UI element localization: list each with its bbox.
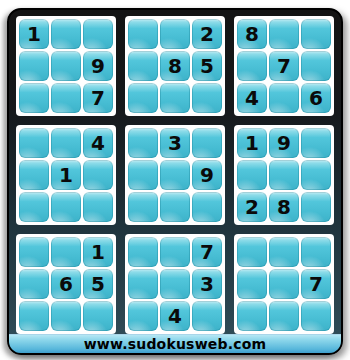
cell-r2c4[interactable] xyxy=(128,51,158,81)
footer-band: www.sudokusweb.com xyxy=(9,334,341,353)
cell-r7c4[interactable] xyxy=(128,237,158,267)
cell-r6c9[interactable] xyxy=(301,192,331,222)
cell-r3c1[interactable] xyxy=(19,83,49,113)
cell-r4c2[interactable] xyxy=(51,128,81,158)
cell-r9c5[interactable]: 4 xyxy=(160,301,190,331)
block-1-2: 285 xyxy=(125,16,225,116)
cell-r5c2[interactable]: 1 xyxy=(51,160,81,190)
cell-r2c2[interactable] xyxy=(51,51,81,81)
cell-r8c4[interactable] xyxy=(128,269,158,299)
block-3-1: 165 xyxy=(16,234,116,334)
cell-r9c6[interactable] xyxy=(192,301,222,331)
cell-r9c3[interactable] xyxy=(83,301,113,331)
cell-r8c3[interactable]: 5 xyxy=(83,269,113,299)
cell-r5c1[interactable] xyxy=(19,160,49,190)
cell-r6c5[interactable] xyxy=(160,192,190,222)
cell-r2c6[interactable]: 5 xyxy=(192,51,222,81)
cell-r2c8[interactable]: 7 xyxy=(269,51,299,81)
cell-r3c5[interactable] xyxy=(160,83,190,113)
cell-r3c6[interactable] xyxy=(192,83,222,113)
cell-r6c8[interactable]: 8 xyxy=(269,192,299,222)
cell-r3c4[interactable] xyxy=(128,83,158,113)
cell-r5c5[interactable] xyxy=(160,160,190,190)
cell-r5c8[interactable] xyxy=(269,160,299,190)
cell-r2c3[interactable]: 9 xyxy=(83,51,113,81)
cell-r7c6[interactable]: 7 xyxy=(192,237,222,267)
cell-r4c5[interactable]: 3 xyxy=(160,128,190,158)
block-3-2: 734 xyxy=(125,234,225,334)
cell-r9c9[interactable] xyxy=(301,301,331,331)
cell-r4c4[interactable] xyxy=(128,128,158,158)
cell-r8c7[interactable] xyxy=(237,269,267,299)
cell-r8c1[interactable] xyxy=(19,269,49,299)
cell-r6c1[interactable] xyxy=(19,192,49,222)
block-2-3: 1928 xyxy=(234,125,334,225)
cell-r8c2[interactable]: 6 xyxy=(51,269,81,299)
block-1-1: 197 xyxy=(16,16,116,116)
cell-r5c9[interactable] xyxy=(301,160,331,190)
cell-r5c7[interactable] xyxy=(237,160,267,190)
cell-r1c1[interactable]: 1 xyxy=(19,19,49,49)
cell-r2c5[interactable]: 8 xyxy=(160,51,190,81)
cell-r1c7[interactable]: 8 xyxy=(237,19,267,49)
cell-r7c7[interactable] xyxy=(237,237,267,267)
cell-r2c1[interactable] xyxy=(19,51,49,81)
cell-r7c2[interactable] xyxy=(51,237,81,267)
cell-r7c3[interactable]: 1 xyxy=(83,237,113,267)
cell-r1c3[interactable] xyxy=(83,19,113,49)
cell-r3c7[interactable]: 4 xyxy=(237,83,267,113)
cell-r7c5[interactable] xyxy=(160,237,190,267)
cell-r5c4[interactable] xyxy=(128,160,158,190)
sudoku-grid: 1972858746413919281657347 xyxy=(9,10,341,334)
cell-r6c7[interactable]: 2 xyxy=(237,192,267,222)
cell-r1c9[interactable] xyxy=(301,19,331,49)
cell-r6c2[interactable] xyxy=(51,192,81,222)
block-1-3: 8746 xyxy=(234,16,334,116)
cell-r4c1[interactable] xyxy=(19,128,49,158)
cell-r9c8[interactable] xyxy=(269,301,299,331)
cell-r1c4[interactable] xyxy=(128,19,158,49)
cell-r2c7[interactable] xyxy=(237,51,267,81)
cell-r8c5[interactable] xyxy=(160,269,190,299)
cell-r6c3[interactable] xyxy=(83,192,113,222)
cell-r9c4[interactable] xyxy=(128,301,158,331)
cell-r4c7[interactable]: 1 xyxy=(237,128,267,158)
cell-r6c4[interactable] xyxy=(128,192,158,222)
cell-r7c1[interactable] xyxy=(19,237,49,267)
cell-r3c2[interactable] xyxy=(51,83,81,113)
cell-r1c8[interactable] xyxy=(269,19,299,49)
cell-r3c9[interactable]: 6 xyxy=(301,83,331,113)
cell-r4c9[interactable] xyxy=(301,128,331,158)
cell-r4c3[interactable]: 4 xyxy=(83,128,113,158)
block-3-3: 7 xyxy=(234,234,334,334)
cell-r8c6[interactable]: 3 xyxy=(192,269,222,299)
page: 1972858746413919281657347 www.sudokusweb… xyxy=(0,0,350,360)
cell-r4c6[interactable] xyxy=(192,128,222,158)
sudoku-board: 1972858746413919281657347 www.sudokusweb… xyxy=(7,8,343,355)
cell-r9c7[interactable] xyxy=(237,301,267,331)
cell-r5c6[interactable]: 9 xyxy=(192,160,222,190)
cell-r5c3[interactable] xyxy=(83,160,113,190)
cell-r9c2[interactable] xyxy=(51,301,81,331)
block-2-1: 41 xyxy=(16,125,116,225)
cell-r7c8[interactable] xyxy=(269,237,299,267)
cell-r8c8[interactable] xyxy=(269,269,299,299)
cell-r6c6[interactable] xyxy=(192,192,222,222)
cell-r7c9[interactable] xyxy=(301,237,331,267)
cell-r3c3[interactable]: 7 xyxy=(83,83,113,113)
block-2-2: 39 xyxy=(125,125,225,225)
cell-r8c9[interactable]: 7 xyxy=(301,269,331,299)
website-url: www.sudokusweb.com xyxy=(84,336,267,352)
cell-r3c8[interactable] xyxy=(269,83,299,113)
cell-r4c8[interactable]: 9 xyxy=(269,128,299,158)
cell-r9c1[interactable] xyxy=(19,301,49,331)
cell-r1c5[interactable] xyxy=(160,19,190,49)
cell-r1c6[interactable]: 2 xyxy=(192,19,222,49)
cell-r1c2[interactable] xyxy=(51,19,81,49)
cell-r2c9[interactable] xyxy=(301,51,331,81)
